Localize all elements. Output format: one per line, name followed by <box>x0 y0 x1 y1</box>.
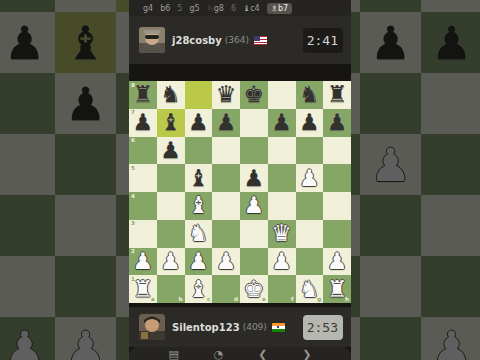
square-a8: ♜ <box>0 0 55 12</box>
square-f4[interactable] <box>268 192 296 220</box>
file-label: b <box>179 297 183 303</box>
black-rook: ♜ <box>4 0 45 5</box>
square-b1[interactable]: b <box>157 275 185 303</box>
square-b8: ♞ <box>55 0 116 12</box>
square-d4[interactable] <box>212 192 240 220</box>
black-pawn: ♟ <box>370 20 411 66</box>
avatar-photo-bottom <box>139 314 165 340</box>
white-knight[interactable]: ♞ <box>188 222 209 245</box>
square-b5 <box>55 134 116 195</box>
square-b4 <box>55 195 116 256</box>
player-bar: Silentop123 (409) 2:53 <box>129 307 351 347</box>
square-d1[interactable]: d <box>212 275 240 303</box>
square-d8[interactable]: ♛ <box>212 81 240 109</box>
white-pawn: ♟ <box>4 325 45 360</box>
square-h6[interactable] <box>323 137 351 165</box>
white-pawn[interactable]: ♟ <box>133 250 154 273</box>
square-a3 <box>0 256 55 317</box>
move-token[interactable]: g5 <box>189 4 199 13</box>
square-g6[interactable] <box>296 137 324 165</box>
white-pawn: ♟ <box>431 325 472 360</box>
move-list-bar[interactable]: g4b65g5♘g86♝c4♗b7 <box>129 0 351 16</box>
screenshot-root: ♜♞♛♚♞♜♟♝♟♟♟♟♟♟♝♟♟♝♟♞♛♟♟♟♟♟♟♜♝♚♞♜ g4b65g5… <box>0 0 480 360</box>
square-f6[interactable] <box>268 137 296 165</box>
opponent-avatar[interactable] <box>139 27 165 53</box>
white-pawn[interactable]: ♟ <box>216 250 237 273</box>
white-pawn[interactable]: ♟ <box>327 250 348 273</box>
square-b7: ♝ <box>55 12 116 73</box>
square-g2 <box>360 317 421 360</box>
square-e4[interactable]: ♟ <box>240 192 268 220</box>
square-h2[interactable]: ♟ <box>323 248 351 276</box>
square-a2[interactable]: 2♟ <box>129 248 157 276</box>
square-g4 <box>360 195 421 256</box>
square-b6[interactable]: ♟ <box>157 137 185 165</box>
black-knight: ♞ <box>370 0 411 5</box>
square-h2: ♟ <box>421 317 480 360</box>
square-e2[interactable] <box>240 248 268 276</box>
square-g1[interactable]: g♞ <box>296 275 324 303</box>
file-label: a <box>151 297 155 303</box>
square-a5[interactable]: 5 <box>129 164 157 192</box>
square-c4[interactable]: ♝ <box>185 192 213 220</box>
move-token-current[interactable]: ♗b7 <box>267 3 292 14</box>
square-e1[interactable]: e♚ <box>240 275 268 303</box>
black-pawn[interactable]: ♟ <box>160 139 181 162</box>
white-pawn[interactable]: ♟ <box>160 250 181 273</box>
move-token[interactable]: ♘g8 <box>207 4 224 13</box>
square-d6[interactable] <box>212 137 240 165</box>
rank-label: 6 <box>131 138 135 144</box>
square-b8[interactable]: ♞ <box>157 81 185 109</box>
square-b3 <box>55 256 116 317</box>
square-g5[interactable]: ♟ <box>296 164 324 192</box>
square-e5[interactable]: ♟ <box>240 164 268 192</box>
square-a5 <box>0 134 55 195</box>
player-clock: 2:53 <box>303 315 343 340</box>
us-flag-icon <box>254 36 267 45</box>
square-a2: ♟ <box>0 317 55 360</box>
square-h3[interactable] <box>323 220 351 248</box>
square-b7[interactable]: ♝ <box>157 109 185 137</box>
square-a4[interactable]: 4 <box>129 192 157 220</box>
black-pawn[interactable]: ♟ <box>216 111 237 134</box>
black-pawn: ♟ <box>4 20 45 66</box>
square-d3[interactable] <box>212 220 240 248</box>
white-pawn[interactable]: ♟ <box>299 167 320 190</box>
analysis-icon[interactable]: ◔ <box>214 349 224 360</box>
square-b2: ♟ <box>55 317 116 360</box>
square-f2[interactable]: ♟ <box>268 248 296 276</box>
black-king[interactable]: ♚ <box>244 83 265 106</box>
square-h5[interactable] <box>323 164 351 192</box>
square-e7[interactable] <box>240 109 268 137</box>
forward-icon[interactable]: ❯ <box>302 349 311 360</box>
square-d7[interactable]: ♟ <box>212 109 240 137</box>
square-f5[interactable] <box>268 164 296 192</box>
square-f7[interactable]: ♟ <box>268 109 296 137</box>
move-token[interactable]: 5 <box>177 4 182 13</box>
square-g2[interactable] <box>296 248 324 276</box>
white-pawn: ♟ <box>65 325 106 360</box>
black-knight: ♞ <box>65 0 106 5</box>
square-h3 <box>421 256 480 317</box>
move-token[interactable]: 6 <box>231 4 236 13</box>
black-pawn[interactable]: ♟ <box>188 111 209 134</box>
square-c7[interactable]: ♟ <box>185 109 213 137</box>
rank-label: 1 <box>131 277 135 283</box>
square-h7: ♟ <box>421 12 480 73</box>
square-b4[interactable] <box>157 192 185 220</box>
square-c3[interactable]: ♞ <box>185 220 213 248</box>
square-f1[interactable]: f <box>268 275 296 303</box>
rank-label: 8 <box>131 83 135 89</box>
black-rook: ♜ <box>431 0 472 5</box>
square-c6[interactable] <box>185 137 213 165</box>
player-name[interactable]: Silentop123 <box>172 322 240 333</box>
back-icon[interactable]: ❮ <box>258 349 267 360</box>
square-e6[interactable] <box>240 137 268 165</box>
rank-label: 5 <box>131 166 135 172</box>
square-g3[interactable] <box>296 220 324 248</box>
black-pawn[interactable]: ♟ <box>299 111 320 134</box>
india-flag-icon <box>272 323 285 332</box>
white-bishop[interactable]: ♝ <box>188 278 209 301</box>
bottom-nav-bar: ▤◔❮❯ <box>129 347 351 360</box>
black-knight[interactable]: ♞ <box>299 83 320 106</box>
rank-label: 3 <box>131 221 135 227</box>
square-c8[interactable] <box>185 81 213 109</box>
square-e8[interactable]: ♚ <box>240 81 268 109</box>
rank-label: 7 <box>131 110 135 116</box>
square-g7: ♟ <box>360 12 421 73</box>
black-bishop: ♝ <box>65 20 106 66</box>
square-a7: ♟ <box>0 12 55 73</box>
avatar-photo-top <box>139 27 165 53</box>
black-pawn: ♟ <box>65 81 106 127</box>
black-pawn[interactable]: ♟ <box>244 167 265 190</box>
square-h8[interactable]: ♜ <box>323 81 351 109</box>
move-token[interactable]: ♝c4 <box>243 4 260 13</box>
white-queen[interactable]: ♛ <box>271 222 292 245</box>
black-bishop[interactable]: ♝ <box>188 167 209 190</box>
square-c5[interactable]: ♝ <box>185 164 213 192</box>
square-h7[interactable]: ♟ <box>323 109 351 137</box>
square-h5 <box>421 134 480 195</box>
white-pawn[interactable]: ♟ <box>271 250 292 273</box>
square-f8[interactable] <box>268 81 296 109</box>
square-b2[interactable]: ♟ <box>157 248 185 276</box>
black-rook[interactable]: ♜ <box>133 83 154 106</box>
file-label: c <box>207 297 210 303</box>
file-label: e <box>262 297 266 303</box>
chess-board[interactable]: 8♜♞♛♚♞♜7♟♝♟♟♟♟♟6♟5♝♟♟4♝♟3♞♛2♟♟♟♟♟♟1a♜bc♝… <box>129 81 351 303</box>
square-h1[interactable]: h♜ <box>323 275 351 303</box>
square-h6 <box>421 73 480 134</box>
move-token[interactable]: g4 <box>143 4 153 13</box>
white-pawn[interactable]: ♟ <box>188 250 209 273</box>
square-a6 <box>0 73 55 134</box>
opponent-bar: j28cosby (364) 2:41 <box>129 16 351 64</box>
square-h8: ♜ <box>421 0 480 12</box>
opponent-clock: 2:41 <box>303 28 343 53</box>
square-a1[interactable]: 1a♜ <box>129 275 157 303</box>
square-f3[interactable]: ♛ <box>268 220 296 248</box>
move-list-icon[interactable]: ▤ <box>168 349 178 360</box>
square-a4 <box>0 195 55 256</box>
black-pawn[interactable]: ♟ <box>327 111 348 134</box>
square-g3 <box>360 256 421 317</box>
rank-label: 2 <box>131 249 135 255</box>
square-g4[interactable] <box>296 192 324 220</box>
move-token[interactable]: b6 <box>160 4 170 13</box>
square-h4[interactable] <box>323 192 351 220</box>
player-rating: (409) <box>243 322 267 332</box>
black-bishop[interactable]: ♝ <box>160 111 181 134</box>
square-g8: ♞ <box>360 0 421 12</box>
spacer <box>129 64 351 81</box>
square-c2[interactable]: ♟ <box>185 248 213 276</box>
square-d5[interactable] <box>212 164 240 192</box>
square-g5: ♟ <box>360 134 421 195</box>
black-knight[interactable]: ♞ <box>160 83 181 106</box>
square-a6[interactable]: 6 <box>129 137 157 165</box>
square-d2[interactable]: ♟ <box>212 248 240 276</box>
opponent-name[interactable]: j28cosby <box>172 35 222 46</box>
app-column: g4b65g5♘g86♝c4♗b7 j28cosby (364) 2:41 8♜… <box>129 0 351 360</box>
black-pawn[interactable]: ♟ <box>133 111 154 134</box>
square-c1[interactable]: c♝ <box>185 275 213 303</box>
square-b3[interactable] <box>157 220 185 248</box>
square-g7[interactable]: ♟ <box>296 109 324 137</box>
square-b5[interactable] <box>157 164 185 192</box>
square-a3[interactable]: 3 <box>129 220 157 248</box>
square-g6 <box>360 73 421 134</box>
white-bishop[interactable]: ♝ <box>188 194 209 217</box>
black-pawn: ♟ <box>431 20 472 66</box>
white-pawn[interactable]: ♟ <box>244 194 265 217</box>
white-pawn: ♟ <box>370 142 411 188</box>
black-rook[interactable]: ♜ <box>327 83 348 106</box>
square-h4 <box>421 195 480 256</box>
file-label: g <box>317 297 321 303</box>
square-a8[interactable]: 8♜ <box>129 81 157 109</box>
file-label: f <box>291 297 293 303</box>
square-g8[interactable]: ♞ <box>296 81 324 109</box>
square-e3[interactable] <box>240 220 268 248</box>
black-queen[interactable]: ♛ <box>216 83 237 106</box>
black-pawn[interactable]: ♟ <box>271 111 292 134</box>
player-avatar[interactable] <box>139 314 165 340</box>
file-label: d <box>234 297 238 303</box>
rank-label: 4 <box>131 194 135 200</box>
square-a7[interactable]: 7♟ <box>129 109 157 137</box>
file-label: h <box>345 297 349 303</box>
square-b6: ♟ <box>55 73 116 134</box>
opponent-rating: (364) <box>225 35 249 45</box>
